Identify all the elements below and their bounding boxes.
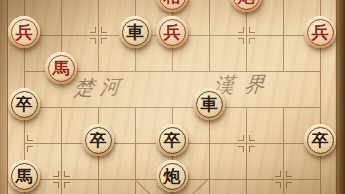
file-line: [246, 107, 247, 194]
board-right-edge: [337, 0, 345, 194]
star-point-marker: [238, 135, 244, 141]
piece-black-chariot[interactable]: 車: [193, 88, 225, 120]
piece-red-cannon[interactable]: 炮: [230, 0, 262, 12]
piece-glyph: 馬: [16, 168, 33, 185]
piece-glyph: 炮: [238, 0, 255, 5]
star-point-marker: [249, 146, 255, 152]
piece-glyph: 車: [127, 24, 144, 41]
star-point-marker: [53, 182, 59, 188]
file-line: [61, 107, 62, 194]
piece-black-chariot[interactable]: 車: [119, 16, 151, 48]
piece-glyph: 車: [201, 96, 218, 113]
star-point-marker: [101, 38, 107, 44]
piece-glyph: 卒: [164, 132, 181, 149]
star-point-marker: [101, 27, 107, 33]
piece-black-soldier[interactable]: 卒: [8, 88, 40, 120]
piece-red-soldier[interactable]: 兵: [304, 16, 336, 48]
star-point-marker: [238, 146, 244, 152]
piece-red-horse[interactable]: 馬: [45, 52, 77, 84]
star-point-marker: [275, 171, 281, 177]
piece-black-cannon[interactable]: 炮: [156, 160, 188, 192]
piece-glyph: 炮: [164, 168, 181, 185]
star-point-marker: [238, 27, 244, 33]
piece-glyph: 相: [164, 0, 181, 5]
xiangqi-board[interactable]: 楚河 漢界 相炮兵車兵兵馬卒車卒卒卒馬炮: [0, 0, 345, 194]
star-point-marker: [90, 38, 96, 44]
piece-glyph: 馬: [53, 60, 70, 77]
star-point-marker: [64, 171, 70, 177]
file-line: [209, 0, 210, 72]
piece-glyph: 兵: [312, 24, 329, 41]
star-point-marker: [286, 182, 292, 188]
piece-glyph: 卒: [312, 132, 329, 149]
star-point-marker: [286, 171, 292, 177]
star-point-marker: [249, 135, 255, 141]
star-point-marker: [275, 182, 281, 188]
star-point-marker: [53, 171, 59, 177]
file-line: [98, 0, 99, 72]
piece-glyph: 兵: [164, 24, 181, 41]
star-point-marker: [64, 182, 70, 188]
file-line: [283, 0, 284, 72]
piece-red-soldier[interactable]: 兵: [8, 16, 40, 48]
piece-black-horse[interactable]: 馬: [8, 160, 40, 192]
piece-red-elephant[interactable]: 相: [156, 0, 188, 12]
piece-glyph: 兵: [16, 24, 33, 41]
piece-red-soldier[interactable]: 兵: [156, 16, 188, 48]
piece-black-soldier[interactable]: 卒: [304, 124, 336, 156]
star-point-marker: [249, 27, 255, 33]
river-label-chu-he: 楚河: [73, 73, 128, 102]
piece-black-soldier[interactable]: 卒: [156, 124, 188, 156]
file-line: [209, 107, 210, 194]
piece-glyph: 卒: [16, 96, 33, 113]
star-point-marker: [90, 27, 96, 33]
star-point-marker: [27, 146, 33, 152]
file-line: [283, 107, 284, 194]
star-point-marker: [249, 38, 255, 44]
piece-glyph: 卒: [90, 132, 107, 149]
star-point-marker: [238, 38, 244, 44]
star-point-marker: [27, 135, 33, 141]
piece-black-soldier[interactable]: 卒: [82, 124, 114, 156]
